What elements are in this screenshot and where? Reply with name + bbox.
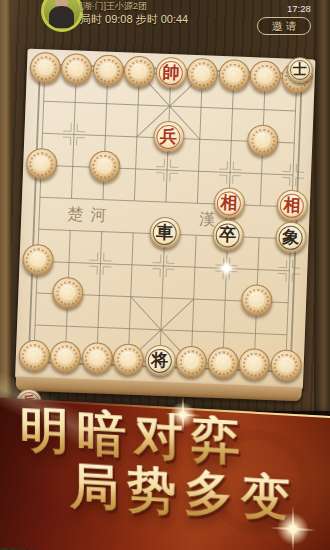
face-down-piece[interactable] [218,59,250,91]
invite-button[interactable]: 邀请 [257,17,311,35]
face-down-piece[interactable] [249,60,281,92]
face-down-piece[interactable] [112,343,144,375]
face-down-piece[interactable] [175,346,207,378]
face-down-piece[interactable] [238,348,270,380]
piece-black-将[interactable]: 将 [144,344,176,376]
player-avatar[interactable] [41,0,83,32]
piece-red-相[interactable]: 相 [213,187,245,219]
face-down-piece[interactable] [18,339,50,371]
face-down-piece[interactable] [81,342,113,374]
last-move-sparkle-icon [218,260,235,277]
xiangqi-board[interactable]: 楚河漢界 帥兵相相車卒象将 [15,49,316,403]
table-edge-left [0,0,11,430]
piece-black-象[interactable]: 象 [275,221,307,253]
banner-headline-1: 明暗对弈 [20,405,248,467]
face-down-piece[interactable] [207,347,239,379]
sparkle-flare-icon [168,399,198,431]
piece-red-兵[interactable]: 兵 [152,120,184,152]
face-down-piece[interactable] [88,150,120,182]
face-down-piece[interactable] [22,244,54,276]
banner-headline-2: 局势多变 [70,461,298,523]
face-down-piece[interactable] [25,148,57,180]
face-down-piece[interactable] [29,52,61,84]
face-down-piece[interactable] [49,341,81,373]
piece-red-相[interactable]: 相 [276,189,308,221]
face-down-piece[interactable] [241,284,273,316]
face-down-piece[interactable] [123,55,155,87]
face-down-piece[interactable] [92,54,124,86]
face-down-piece[interactable] [186,58,218,90]
table-edge-right [314,0,330,430]
face-down-piece[interactable] [270,349,302,381]
pieces-layer: 帥兵相相車卒象将 [15,49,315,390]
game-timers: 局时 09:08 步时 00:44 [80,12,188,27]
captured-piece-shi: 士 [287,57,313,83]
piece-black-卒[interactable]: 卒 [212,219,244,251]
face-down-piece[interactable] [60,53,92,85]
piece-red-帥[interactable]: 帥 [155,57,187,89]
face-down-piece[interactable] [52,277,84,309]
promo-banner: 明暗对弈 局势多变 [0,398,330,550]
face-down-piece[interactable] [247,124,279,156]
status-clock: 17:28 [287,3,311,14]
piece-black-車[interactable]: 車 [149,216,181,248]
sparkle-flare-icon [274,509,312,549]
